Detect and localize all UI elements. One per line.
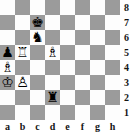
square-e2[interactable] [60,90,75,105]
square-a7[interactable] [0,15,15,30]
file-label-d: d [45,120,60,133]
white-king-piece: ♔ [1,75,14,90]
square-c4[interactable] [30,60,45,75]
square-g2[interactable] [90,90,105,105]
black-knight-piece: ♞ [31,30,44,45]
square-d2[interactable]: ♜ [45,90,60,105]
square-e3[interactable] [60,75,75,90]
square-b5[interactable]: ♖ [15,45,30,60]
square-g5[interactable] [90,45,105,60]
square-h6[interactable] [105,30,120,45]
square-f1[interactable] [75,105,90,120]
square-f5[interactable] [75,45,90,60]
square-c3[interactable] [30,75,45,90]
square-e5[interactable] [60,45,75,60]
file-label-g: g [90,120,105,133]
square-g4[interactable] [90,60,105,75]
square-a8[interactable] [0,0,15,15]
square-d1[interactable] [45,105,60,120]
square-c1[interactable] [30,105,45,120]
square-h4[interactable] [105,60,120,75]
rank-label-6: 6 [120,30,133,45]
square-d4[interactable] [45,60,60,75]
square-a1[interactable] [0,105,15,120]
square-e7[interactable] [60,15,75,30]
rank-label-8: 8 [120,0,133,15]
square-h8[interactable] [105,0,120,15]
square-d5[interactable]: ♗ [45,45,60,60]
square-g8[interactable] [90,0,105,15]
square-c6[interactable]: ♞ [30,30,45,45]
black-rook-piece: ♜ [46,90,59,105]
square-b3[interactable]: ♙ [15,75,30,90]
square-b8[interactable] [15,0,30,15]
black-pawn-piece: ♟ [1,45,14,60]
square-g3[interactable] [90,75,105,90]
black-king-piece: ♚ [31,15,44,30]
square-f7[interactable] [75,15,90,30]
square-f2[interactable] [75,90,90,105]
square-c2[interactable] [30,90,45,105]
white-rook-piece: ♖ [16,45,29,60]
white-pawn-piece: ♙ [16,75,29,90]
square-h1[interactable] [105,105,120,120]
square-f8[interactable] [75,0,90,15]
chess-diagram: 8♚7♞6♟♖♗5♗4♔♙3♜21abcdefgh [0,0,133,133]
board-corner-spacer [120,120,133,133]
square-h3[interactable] [105,75,120,90]
square-g7[interactable] [90,15,105,30]
square-f3[interactable] [75,75,90,90]
file-label-f: f [75,120,90,133]
rank-label-2: 2 [120,90,133,105]
file-label-c: c [30,120,45,133]
square-e4[interactable] [60,60,75,75]
square-g1[interactable] [90,105,105,120]
white-bishop-piece: ♗ [1,60,14,75]
white-bishop-piece: ♗ [46,45,59,60]
square-f6[interactable] [75,30,90,45]
square-g6[interactable] [90,30,105,45]
square-h2[interactable] [105,90,120,105]
file-label-h: h [105,120,120,133]
file-label-e: e [60,120,75,133]
rank-label-1: 1 [120,105,133,120]
square-e6[interactable] [60,30,75,45]
square-d7[interactable] [45,15,60,30]
square-b1[interactable] [15,105,30,120]
square-a2[interactable] [0,90,15,105]
square-e8[interactable] [60,0,75,15]
square-e1[interactable] [60,105,75,120]
square-b7[interactable] [15,15,30,30]
square-h5[interactable] [105,45,120,60]
rank-label-5: 5 [120,45,133,60]
square-a3[interactable]: ♔ [0,75,15,90]
chess-board: 8♚7♞6♟♖♗5♗4♔♙3♜21abcdefgh [0,0,133,133]
square-d8[interactable] [45,0,60,15]
rank-label-7: 7 [120,15,133,30]
square-c5[interactable] [30,45,45,60]
file-label-b: b [15,120,30,133]
file-label-a: a [0,120,15,133]
rank-label-4: 4 [120,60,133,75]
rank-label-3: 3 [120,75,133,90]
square-b2[interactable] [15,90,30,105]
square-h7[interactable] [105,15,120,30]
square-f4[interactable] [75,60,90,75]
